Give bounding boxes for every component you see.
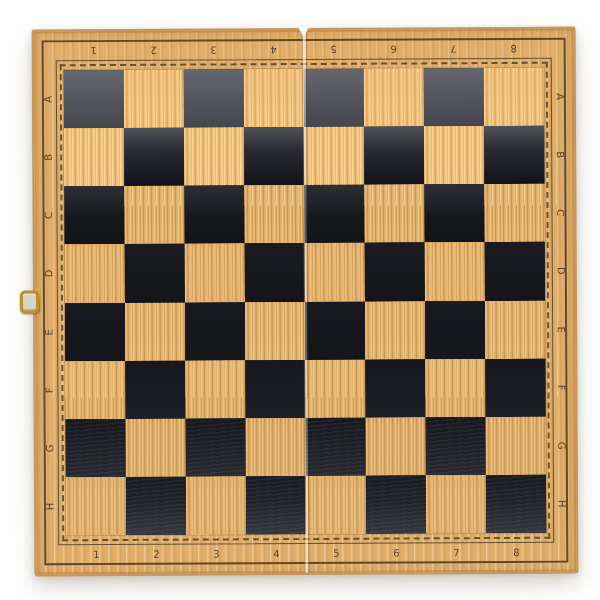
square-C8[interactable] [484,184,544,242]
square-E8[interactable] [485,300,545,358]
square-E7[interactable] [425,301,485,359]
coord-bottom-4: 4 [246,544,306,563]
square-B3[interactable] [184,127,244,185]
coord-top-7: 7 [424,39,484,58]
photo-background: 1 2 3 4 5 6 7 8 1 2 3 4 5 6 7 8 A B C D … [0,0,600,600]
latch-loop [20,290,39,313]
square-C3[interactable] [184,186,244,244]
square-D7[interactable] [425,242,485,300]
square-H2[interactable] [126,477,186,535]
square-A8[interactable] [484,68,544,126]
square-H8[interactable] [486,475,546,533]
square-D4[interactable] [245,243,305,301]
square-H5[interactable] [306,476,366,534]
square-F2[interactable] [125,360,185,418]
square-B5[interactable] [304,127,364,185]
square-D8[interactable] [485,242,545,300]
square-F6[interactable] [365,359,425,417]
square-C2[interactable] [124,186,184,244]
square-D3[interactable] [185,244,245,302]
square-A1[interactable] [64,70,124,128]
square-H4[interactable] [246,476,306,534]
square-H1[interactable] [66,477,126,535]
square-F4[interactable] [245,360,305,418]
square-E2[interactable] [125,302,185,360]
coord-bottom-8: 8 [486,543,546,562]
brass-latch [20,287,40,312]
square-C5[interactable] [304,185,364,243]
square-D2[interactable] [125,244,185,302]
square-G1[interactable] [66,419,126,477]
square-F5[interactable] [305,359,365,417]
coord-bottom-1: 1 [66,545,126,564]
square-A5[interactable] [304,69,364,127]
coord-bottom-6: 6 [366,543,426,562]
square-F1[interactable] [65,361,125,419]
coord-top-2: 2 [124,41,184,60]
square-D6[interactable] [365,243,425,301]
square-H3[interactable] [186,476,246,534]
square-B6[interactable] [364,126,424,184]
square-E4[interactable] [245,302,305,360]
coord-top-1: 1 [64,41,124,60]
coordinate-band-right: A B C D E F G H [552,68,569,533]
coord-bottom-7: 7 [426,543,486,562]
square-C7[interactable] [424,184,484,242]
square-A7[interactable] [424,68,484,126]
coordinate-band-left: A B C D E F G H [41,70,58,535]
coord-top-3: 3 [184,40,244,59]
square-G2[interactable] [126,418,186,476]
coord-top-4: 4 [244,40,304,59]
square-A4[interactable] [244,69,304,127]
square-E5[interactable] [305,301,365,359]
square-E3[interactable] [185,302,245,360]
square-D1[interactable] [65,244,125,302]
square-E6[interactable] [365,301,425,359]
square-D5[interactable] [305,243,365,301]
square-B8[interactable] [484,126,544,184]
square-C6[interactable] [364,185,424,243]
coord-top-5: 5 [304,40,364,59]
square-C1[interactable] [64,186,124,244]
square-E1[interactable] [65,302,125,360]
square-G8[interactable] [486,416,546,474]
coord-top-6: 6 [364,39,424,58]
square-B2[interactable] [124,128,184,186]
square-H7[interactable] [426,475,486,533]
square-H6[interactable] [366,475,426,533]
square-F3[interactable] [185,360,245,418]
square-A6[interactable] [364,68,424,126]
square-F7[interactable] [425,359,485,417]
chessboard: 1 2 3 4 5 6 7 8 1 2 3 4 5 6 7 8 A B C D … [32,27,579,577]
square-A2[interactable] [124,70,184,128]
coord-top-8: 8 [484,39,544,58]
square-F8[interactable] [485,358,545,416]
square-C4[interactable] [244,185,304,243]
square-B4[interactable] [244,127,304,185]
coord-bottom-5: 5 [306,544,366,563]
coord-bottom-2: 2 [126,545,186,564]
square-B1[interactable] [64,128,124,186]
square-B7[interactable] [424,126,484,184]
fold-seam-notch [299,28,309,37]
square-G7[interactable] [426,417,486,475]
square-G3[interactable] [186,418,246,476]
square-A3[interactable] [184,69,244,127]
square-G6[interactable] [366,417,426,475]
coord-bottom-3: 3 [186,544,246,563]
square-G5[interactable] [306,417,366,475]
square-G4[interactable] [246,418,306,476]
